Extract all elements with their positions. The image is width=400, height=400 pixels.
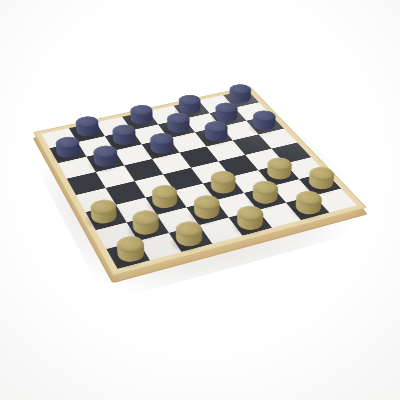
olive-piece[interactable] (149, 193, 180, 212)
navy-piece[interactable] (249, 118, 278, 133)
navy-piece[interactable] (201, 129, 230, 144)
navy-piece[interactable] (147, 141, 176, 157)
olive-piece[interactable] (207, 179, 238, 197)
olive-piece[interactable] (172, 229, 205, 250)
olive-piece[interactable] (88, 207, 119, 226)
scene (0, 0, 400, 400)
olive-piece[interactable] (114, 244, 147, 265)
navy-piece[interactable] (127, 112, 155, 127)
olive-piece[interactable] (233, 213, 266, 233)
navy-piece[interactable] (91, 153, 120, 170)
navy-piece[interactable] (54, 144, 82, 160)
olive-piece[interactable] (129, 218, 161, 238)
navy-piece[interactable] (73, 124, 101, 139)
olive-piece[interactable] (248, 188, 280, 206)
olive-piece[interactable] (263, 165, 294, 182)
olive-piece[interactable] (304, 175, 336, 193)
navy-piece[interactable] (164, 120, 192, 135)
olive-piece[interactable] (291, 199, 324, 218)
navy-piece[interactable] (110, 132, 138, 147)
olive-piece[interactable] (190, 203, 222, 222)
checkers-board[interactable] (33, 86, 367, 276)
